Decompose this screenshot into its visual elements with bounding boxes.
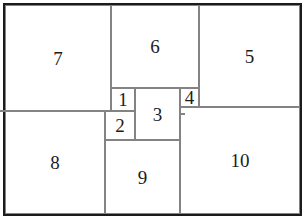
square-9: 9 [105,140,180,214]
square-label: 9 [138,168,148,187]
square-label: 5 [245,47,255,66]
squared-rectangle-page: { "game": "squared-rectangle-dissection-… [0,0,305,219]
outer-border-frame: 12345678910 [3,3,302,216]
square-10: 10 [180,107,300,214]
square-3: 3 [135,88,180,140]
square-label: 3 [153,105,163,124]
square-label: 6 [150,37,160,56]
square-4: 4 [180,88,199,107]
square-5: 5 [199,5,300,107]
stray-line-artifact-left [0,110,6,112]
square-label: 7 [53,49,63,68]
square-1: 1 [111,88,135,111]
dissection-board: 12345678910 [5,5,300,214]
square-label: 2 [115,116,125,135]
square-8: 8 [5,111,105,214]
square-label: 8 [50,153,60,172]
square-6: 6 [111,5,199,88]
square-7: 7 [5,5,111,111]
square-label: 4 [185,88,195,107]
stray-line-artifact-right [180,113,185,115]
square-label: 10 [231,151,250,170]
square-label: 1 [118,90,128,109]
square-2: 2 [105,111,135,140]
